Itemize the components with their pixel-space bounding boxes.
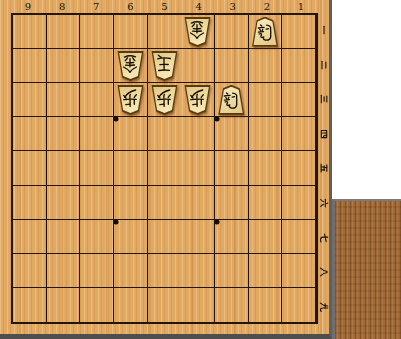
- square-1-4[interactable]: [282, 117, 316, 151]
- square-7-9[interactable]: [80, 288, 114, 322]
- shogi-board-panel: 9 8 7 6 5 4 3 2 1: [0, 0, 332, 339]
- square-7-5[interactable]: [80, 151, 114, 185]
- square-3-5[interactable]: [215, 151, 249, 185]
- square-9-2[interactable]: [13, 49, 47, 83]
- square-5-3[interactable]: [148, 83, 182, 117]
- square-9-1[interactable]: [13, 15, 47, 49]
- square-4-9[interactable]: [181, 288, 215, 322]
- square-4-7[interactable]: [181, 220, 215, 254]
- square-9-6[interactable]: [13, 186, 47, 220]
- file-labels: 9 8 7 6 5 4 3 2 1: [11, 0, 318, 13]
- rank-label-9: [318, 289, 330, 324]
- star-point: [114, 117, 119, 122]
- square-1-3[interactable]: [282, 83, 316, 117]
- star-point: [215, 219, 220, 224]
- square-2-6[interactable]: [249, 186, 283, 220]
- square-1-5[interactable]: [282, 151, 316, 185]
- square-7-1[interactable]: [80, 15, 114, 49]
- piece-sente-promoted-rook[interactable]: [218, 85, 245, 115]
- square-3-8[interactable]: [215, 254, 249, 288]
- square-7-8[interactable]: [80, 254, 114, 288]
- square-4-2[interactable]: [181, 49, 215, 83]
- komadai-piece-stand: [332, 199, 401, 339]
- square-8-4[interactable]: [47, 117, 81, 151]
- square-7-2[interactable]: [80, 49, 114, 83]
- square-2-9[interactable]: [249, 288, 283, 322]
- square-2-2[interactable]: [249, 49, 283, 83]
- file-label-8: 8: [45, 0, 79, 13]
- square-5-8[interactable]: [148, 254, 182, 288]
- square-2-5[interactable]: [249, 151, 283, 185]
- square-9-7[interactable]: [13, 220, 47, 254]
- rank-label-2: [318, 48, 330, 83]
- square-8-7[interactable]: [47, 220, 81, 254]
- file-label-5: 5: [147, 0, 181, 13]
- square-3-3[interactable]: [215, 83, 249, 117]
- square-7-6[interactable]: [80, 186, 114, 220]
- square-1-1[interactable]: [282, 15, 316, 49]
- square-3-2[interactable]: [215, 49, 249, 83]
- file-label-3: 3: [216, 0, 250, 13]
- square-2-3[interactable]: [249, 83, 283, 117]
- square-1-2[interactable]: [282, 49, 316, 83]
- square-1-8[interactable]: [282, 254, 316, 288]
- file-label-6: 6: [113, 0, 147, 13]
- square-3-7[interactable]: [215, 220, 249, 254]
- square-6-5[interactable]: [114, 151, 148, 185]
- square-2-1[interactable]: [249, 15, 283, 49]
- square-5-1[interactable]: [148, 15, 182, 49]
- piece-gote-pawn[interactable]: [117, 85, 144, 115]
- square-2-4[interactable]: [249, 117, 283, 151]
- square-7-3[interactable]: [80, 83, 114, 117]
- square-6-1[interactable]: [114, 15, 148, 49]
- piece-gote-pawn[interactable]: [184, 85, 211, 115]
- square-4-8[interactable]: [181, 254, 215, 288]
- square-3-1[interactable]: [215, 15, 249, 49]
- square-4-6[interactable]: [181, 186, 215, 220]
- square-2-7[interactable]: [249, 220, 283, 254]
- square-5-4[interactable]: [148, 117, 182, 151]
- square-9-5[interactable]: [13, 151, 47, 185]
- square-1-7[interactable]: [282, 220, 316, 254]
- square-8-2[interactable]: [47, 49, 81, 83]
- square-9-3[interactable]: [13, 83, 47, 117]
- star-point: [114, 219, 119, 224]
- square-4-3[interactable]: [181, 83, 215, 117]
- square-5-9[interactable]: [148, 288, 182, 322]
- file-label-4: 4: [182, 0, 216, 13]
- square-6-4[interactable]: [114, 117, 148, 151]
- file-label-9: 9: [11, 0, 45, 13]
- rank-labels: [318, 13, 330, 324]
- square-4-4[interactable]: [181, 117, 215, 151]
- rank-label-7: [318, 220, 330, 255]
- rank-label-1: [318, 13, 330, 48]
- square-8-8[interactable]: [47, 254, 81, 288]
- rank-label-4: [318, 117, 330, 152]
- piece-gote-gold[interactable]: [117, 51, 144, 81]
- square-6-9[interactable]: [114, 288, 148, 322]
- square-8-3[interactable]: [47, 83, 81, 117]
- rank-label-8: [318, 255, 330, 290]
- square-1-9[interactable]: [282, 288, 316, 322]
- square-8-1[interactable]: [47, 15, 81, 49]
- rank-label-6: [318, 186, 330, 221]
- file-label-2: 2: [250, 0, 284, 13]
- square-3-6[interactable]: [215, 186, 249, 220]
- screenshot-root: 9 8 7 6 5 4 3 2 1: [0, 0, 401, 339]
- square-6-7[interactable]: [114, 220, 148, 254]
- file-label-7: 7: [79, 0, 113, 13]
- square-3-9[interactable]: [215, 288, 249, 322]
- square-2-8[interactable]: [249, 254, 283, 288]
- square-8-5[interactable]: [47, 151, 81, 185]
- square-8-6[interactable]: [47, 186, 81, 220]
- square-3-4[interactable]: [215, 117, 249, 151]
- rank-label-3: [318, 82, 330, 117]
- piece-gote-king[interactable]: [151, 51, 178, 81]
- square-5-5[interactable]: [148, 151, 182, 185]
- board-grid: [11, 13, 318, 324]
- square-5-2[interactable]: [148, 49, 182, 83]
- square-5-6[interactable]: [148, 186, 182, 220]
- file-label-1: 1: [284, 0, 318, 13]
- square-5-7[interactable]: [148, 220, 182, 254]
- square-7-4[interactable]: [80, 117, 114, 151]
- square-9-4[interactable]: [13, 117, 47, 151]
- square-6-2[interactable]: [114, 49, 148, 83]
- square-6-6[interactable]: [114, 186, 148, 220]
- square-9-8[interactable]: [13, 254, 47, 288]
- piece-gote-pawn[interactable]: [151, 85, 178, 115]
- piece-sente-promoted-rook[interactable]: [251, 17, 278, 47]
- square-7-7[interactable]: [80, 220, 114, 254]
- piece-gote-gold[interactable]: [184, 17, 211, 47]
- square-4-5[interactable]: [181, 151, 215, 185]
- square-6-3[interactable]: [114, 83, 148, 117]
- square-6-8[interactable]: [114, 254, 148, 288]
- square-8-9[interactable]: [47, 288, 81, 322]
- star-point: [215, 117, 220, 122]
- rank-label-5: [318, 151, 330, 186]
- square-9-9[interactable]: [13, 288, 47, 322]
- square-1-6[interactable]: [282, 186, 316, 220]
- square-4-1[interactable]: [181, 15, 215, 49]
